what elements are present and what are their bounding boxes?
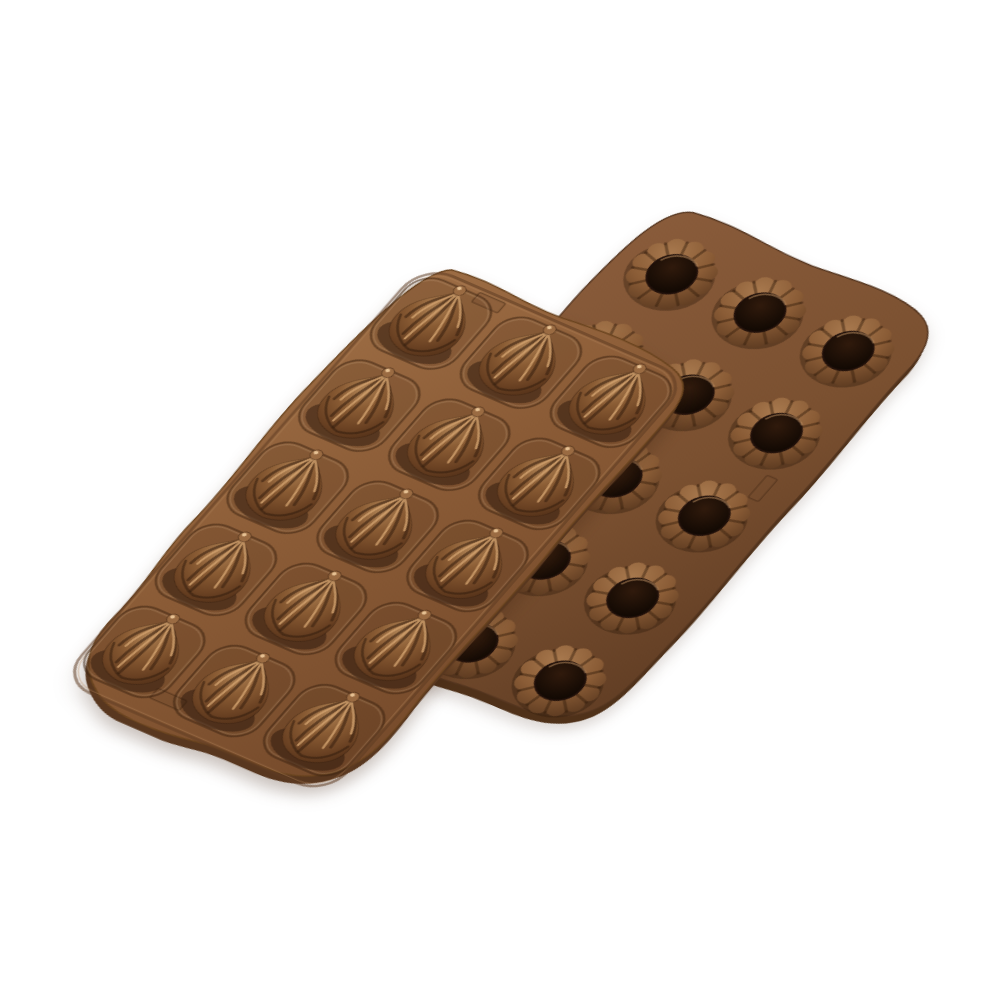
product-photo	[0, 0, 1000, 1000]
